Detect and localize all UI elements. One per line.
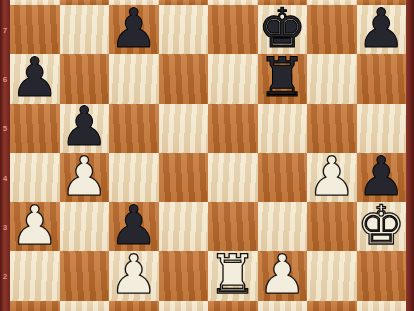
square-b3[interactable] [60, 202, 110, 251]
chess-board: ♟♚♟♟♜♟♟♟♟♟♟♚♟♜♟ [10, 0, 406, 311]
rank-label-6: 6 [0, 75, 10, 84]
square-b4[interactable]: ♟ [60, 153, 110, 202]
rank-label-2: 2 [0, 272, 10, 281]
square-c6[interactable] [109, 54, 159, 103]
square-d3[interactable] [159, 202, 209, 251]
white-pawn[interactable]: ♟ [11, 199, 59, 253]
square-h3[interactable]: ♚ [357, 202, 407, 251]
square-b2[interactable] [60, 251, 110, 300]
square-g3[interactable] [307, 202, 357, 251]
white-pawn[interactable]: ♟ [258, 248, 306, 302]
rank-label-7: 7 [0, 25, 10, 34]
square-h7[interactable]: ♟ [357, 5, 407, 54]
white-pawn[interactable]: ♟ [308, 150, 356, 204]
square-g4[interactable]: ♟ [307, 153, 357, 202]
square-d2[interactable] [159, 251, 209, 300]
square-f4[interactable] [258, 153, 308, 202]
square-a3[interactable]: ♟ [10, 202, 60, 251]
black-pawn[interactable]: ♟ [110, 2, 158, 56]
white-king[interactable]: ♚ [357, 199, 405, 253]
black-pawn[interactable]: ♟ [11, 51, 59, 105]
square-d5[interactable] [159, 104, 209, 153]
square-c7[interactable]: ♟ [109, 5, 159, 54]
black-pawn[interactable]: ♟ [357, 2, 405, 56]
square-a5[interactable] [10, 104, 60, 153]
square-h2[interactable] [357, 251, 407, 300]
square-e5[interactable] [208, 104, 258, 153]
square-g1[interactable] [307, 301, 357, 311]
rank-label-3: 3 [0, 222, 10, 231]
rank-label-5: 5 [0, 124, 10, 133]
square-g2[interactable] [307, 251, 357, 300]
board-border-right [406, 0, 414, 311]
square-d7[interactable] [159, 5, 209, 54]
square-d6[interactable] [159, 54, 209, 103]
square-e7[interactable] [208, 5, 258, 54]
board-border-left [0, 0, 10, 311]
square-b1[interactable] [60, 301, 110, 311]
square-a6[interactable]: ♟ [10, 54, 60, 103]
square-d4[interactable] [159, 153, 209, 202]
square-d1[interactable] [159, 301, 209, 311]
square-g7[interactable] [307, 5, 357, 54]
square-c5[interactable] [109, 104, 159, 153]
square-b7[interactable] [60, 5, 110, 54]
square-a2[interactable] [10, 251, 60, 300]
black-rook[interactable]: ♜ [258, 51, 306, 105]
white-pawn[interactable]: ♟ [60, 150, 108, 204]
square-h6[interactable] [357, 54, 407, 103]
square-c2[interactable]: ♟ [109, 251, 159, 300]
square-e4[interactable] [208, 153, 258, 202]
chess-diagram: ♟♚♟♟♜♟♟♟♟♟♟♚♟♜♟ 765432 [0, 0, 414, 311]
white-rook[interactable]: ♜ [209, 248, 257, 302]
square-f5[interactable] [258, 104, 308, 153]
square-a1[interactable] [10, 301, 60, 311]
square-f2[interactable]: ♟ [258, 251, 308, 300]
square-h1[interactable] [357, 301, 407, 311]
square-g6[interactable] [307, 54, 357, 103]
white-pawn[interactable]: ♟ [110, 248, 158, 302]
rank-label-4: 4 [0, 173, 10, 182]
square-f6[interactable]: ♜ [258, 54, 308, 103]
square-e6[interactable] [208, 54, 258, 103]
square-e2[interactable]: ♜ [208, 251, 258, 300]
